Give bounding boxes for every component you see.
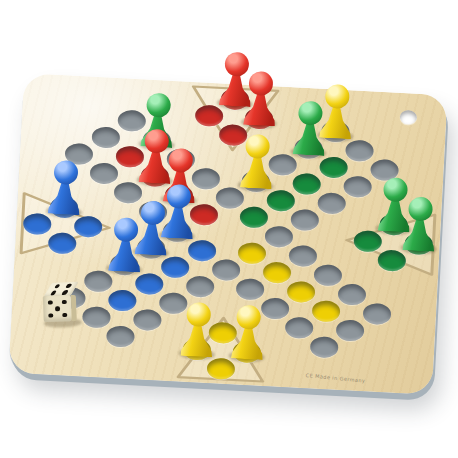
pawn-head [146, 93, 171, 118]
pawn-body [240, 154, 274, 190]
pawn-head [249, 71, 274, 96]
pawn-head [114, 217, 139, 242]
pawn-head [298, 101, 323, 126]
die-pip [49, 290, 56, 295]
green-pawn[interactable] [292, 100, 329, 156]
pawn-body [231, 324, 265, 360]
pawn-head [408, 196, 433, 221]
pawn-body [402, 216, 436, 252]
die-pip [48, 313, 53, 318]
pieces-layer [8, 73, 447, 395]
die-pip [61, 290, 68, 295]
green-pawn[interactable] [401, 196, 438, 252]
die[interactable] [40, 282, 77, 325]
pawn-head [324, 84, 349, 109]
pawn-body [108, 237, 142, 273]
blue-pawn[interactable] [46, 160, 83, 216]
pawn-body [180, 322, 214, 358]
pawn-head [236, 305, 261, 330]
yellow-pawn[interactable] [239, 134, 276, 190]
pawn-body [243, 91, 277, 127]
pawn-head [53, 160, 78, 185]
die-pip [53, 284, 60, 289]
pawn-head [186, 302, 211, 327]
die-side-face [70, 295, 76, 321]
pawn-head [166, 184, 191, 209]
blue-pawn[interactable] [107, 217, 144, 273]
pawn-body [47, 180, 81, 216]
die-pip [55, 306, 60, 311]
pawn-head [140, 200, 165, 225]
die-pip [65, 284, 72, 289]
yellow-pawn[interactable] [230, 304, 267, 360]
pawn-body [293, 120, 327, 156]
yellow-pawn[interactable] [179, 302, 216, 358]
pawn-head [245, 134, 270, 159]
pawn-head [168, 148, 193, 173]
ludo-board: CE Made in Germany [8, 73, 447, 395]
die-pip [62, 312, 67, 317]
die-pip [61, 299, 66, 304]
die-front-face [42, 295, 71, 322]
red-pawn[interactable] [242, 71, 279, 127]
photo-stage: CE Made in Germany [0, 0, 458, 458]
die-pip [47, 300, 52, 305]
